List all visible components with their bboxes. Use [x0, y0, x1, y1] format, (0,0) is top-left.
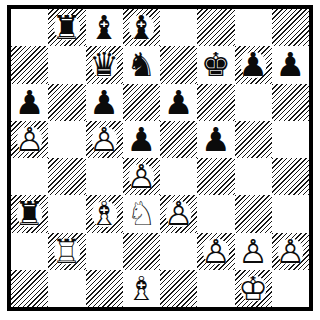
square-g4	[235, 158, 272, 195]
square-f2: ♙	[197, 233, 234, 270]
square-b1	[48, 270, 85, 307]
piece-white-pawn-d4: ♙	[123, 158, 160, 195]
square-d8: ♝	[123, 9, 160, 46]
square-h6	[272, 84, 309, 121]
square-b7	[48, 46, 85, 83]
square-a3: ♜	[11, 195, 48, 232]
square-f6	[197, 84, 234, 121]
square-b3	[48, 195, 85, 232]
piece-white-pawn-h2: ♙	[272, 233, 309, 270]
square-a1	[11, 270, 48, 307]
square-b8: ♜	[48, 9, 85, 46]
square-g5	[235, 121, 272, 158]
square-c7: ♛	[86, 46, 123, 83]
piece-black-bishop-c8: ♝	[86, 9, 123, 46]
square-d6	[123, 84, 160, 121]
square-e6: ♟	[160, 84, 197, 121]
square-h2: ♙	[272, 233, 309, 270]
square-b2: ♖	[48, 233, 85, 270]
square-f7: ♚	[197, 46, 234, 83]
square-h5	[272, 121, 309, 158]
square-f1	[197, 270, 234, 307]
square-g6	[235, 84, 272, 121]
square-e3: ♙	[160, 195, 197, 232]
piece-white-bishop-d1: ♗	[123, 270, 160, 307]
piece-black-pawn-a6: ♟	[11, 84, 48, 121]
square-d5: ♟	[123, 121, 160, 158]
square-e1	[160, 270, 197, 307]
piece-white-king-g1: ♔	[235, 270, 272, 307]
piece-white-pawn-e3: ♙	[160, 195, 197, 232]
square-e7	[160, 46, 197, 83]
square-a2	[11, 233, 48, 270]
piece-white-knight-d3: ♘	[123, 195, 160, 232]
square-a5: ♙	[11, 121, 48, 158]
square-c1	[86, 270, 123, 307]
square-e2	[160, 233, 197, 270]
square-h1	[272, 270, 309, 307]
square-g8	[235, 9, 272, 46]
piece-white-rook-b2: ♖	[48, 233, 85, 270]
piece-black-pawn-c6: ♟	[86, 84, 123, 121]
piece-black-knight-d7: ♞	[123, 46, 160, 83]
square-f4	[197, 158, 234, 195]
square-c2	[86, 233, 123, 270]
square-d7: ♞	[123, 46, 160, 83]
piece-black-rook-a3: ♜	[11, 195, 48, 232]
square-f5: ♟	[197, 121, 234, 158]
piece-white-pawn-a5: ♙	[11, 121, 48, 158]
square-a8	[11, 9, 48, 46]
square-e5	[160, 121, 197, 158]
piece-black-king-f7: ♚	[197, 46, 234, 83]
chess-board-frame: ♜♝♝♛♞♚♟♟♟♟♟♙♙♟♟♙♜♗♘♙♖♙♙♙♗♔	[7, 5, 313, 311]
square-b6	[48, 84, 85, 121]
square-e8	[160, 9, 197, 46]
piece-black-pawn-h7: ♟	[272, 46, 309, 83]
square-h7: ♟	[272, 46, 309, 83]
piece-black-pawn-g7: ♟	[235, 46, 272, 83]
square-h3	[272, 195, 309, 232]
square-a4	[11, 158, 48, 195]
square-d3: ♘	[123, 195, 160, 232]
square-d4: ♙	[123, 158, 160, 195]
square-b4	[48, 158, 85, 195]
square-f8	[197, 9, 234, 46]
square-c4	[86, 158, 123, 195]
square-g1: ♔	[235, 270, 272, 307]
square-a6: ♟	[11, 84, 48, 121]
piece-white-pawn-c5: ♙	[86, 121, 123, 158]
square-d2	[123, 233, 160, 270]
square-c5: ♙	[86, 121, 123, 158]
piece-black-rook-b8: ♜	[48, 9, 85, 46]
square-c3: ♗	[86, 195, 123, 232]
square-d1: ♗	[123, 270, 160, 307]
square-h8	[272, 9, 309, 46]
piece-black-pawn-e6: ♟	[160, 84, 197, 121]
piece-white-bishop-c3: ♗	[86, 195, 123, 232]
piece-black-queen-c7: ♛	[86, 46, 123, 83]
square-a7	[11, 46, 48, 83]
square-b5	[48, 121, 85, 158]
square-g3	[235, 195, 272, 232]
square-g7: ♟	[235, 46, 272, 83]
square-e4	[160, 158, 197, 195]
square-f3	[197, 195, 234, 232]
piece-white-pawn-g2: ♙	[235, 233, 272, 270]
square-c8: ♝	[86, 9, 123, 46]
square-g2: ♙	[235, 233, 272, 270]
piece-white-pawn-f2: ♙	[197, 233, 234, 270]
square-c6: ♟	[86, 84, 123, 121]
piece-black-pawn-f5: ♟	[197, 121, 234, 158]
chess-board: ♜♝♝♛♞♚♟♟♟♟♟♙♙♟♟♙♜♗♘♙♖♙♙♙♗♔	[11, 9, 309, 307]
piece-black-pawn-d5: ♟	[123, 121, 160, 158]
piece-black-bishop-d8: ♝	[123, 9, 160, 46]
square-h4	[272, 158, 309, 195]
